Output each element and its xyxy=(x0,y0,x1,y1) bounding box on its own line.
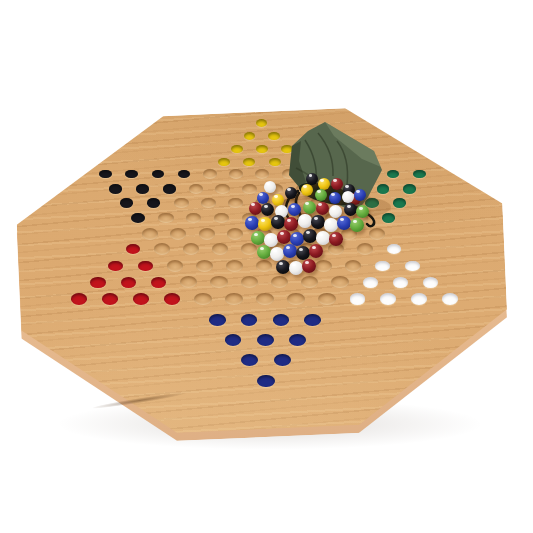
spilled-marble-pile xyxy=(0,0,533,533)
marble-maroon[interactable] xyxy=(284,217,297,230)
marble-white[interactable] xyxy=(324,218,337,231)
marble-blue[interactable] xyxy=(354,189,367,202)
marble-maroon[interactable] xyxy=(309,244,323,258)
marble-green[interactable] xyxy=(356,205,369,218)
marble-yellow[interactable] xyxy=(301,184,314,197)
marble-maroon[interactable] xyxy=(331,178,344,191)
marble-maroon[interactable] xyxy=(277,230,291,244)
marble-black[interactable] xyxy=(285,187,298,200)
marble-maroon[interactable] xyxy=(302,259,316,273)
marble-black[interactable] xyxy=(261,203,274,216)
marble-black[interactable] xyxy=(271,215,284,228)
marble-maroon[interactable] xyxy=(316,202,329,215)
marble-green[interactable] xyxy=(350,218,363,231)
marble-white[interactable] xyxy=(289,261,303,275)
marble-white[interactable] xyxy=(316,231,330,245)
marble-blue[interactable] xyxy=(245,216,258,229)
marble-white[interactable] xyxy=(298,214,311,227)
marble-yellow[interactable] xyxy=(258,217,271,230)
marble-black[interactable] xyxy=(296,246,310,260)
marble-green[interactable] xyxy=(315,189,328,202)
marble-blue[interactable] xyxy=(337,216,350,229)
marble-black[interactable] xyxy=(311,215,324,228)
marble-maroon[interactable] xyxy=(249,202,262,215)
marble-black[interactable] xyxy=(303,229,317,243)
marble-blue[interactable] xyxy=(283,244,297,258)
marble-black[interactable] xyxy=(276,260,290,274)
marble-green[interactable] xyxy=(251,231,265,245)
marble-white[interactable] xyxy=(264,181,277,194)
marble-maroon[interactable] xyxy=(329,232,343,246)
product-photo-stage xyxy=(0,0,533,533)
marble-green[interactable] xyxy=(303,201,316,214)
marble-green[interactable] xyxy=(257,245,271,259)
marble-blue[interactable] xyxy=(329,192,342,205)
marble-white[interactable] xyxy=(270,247,284,261)
